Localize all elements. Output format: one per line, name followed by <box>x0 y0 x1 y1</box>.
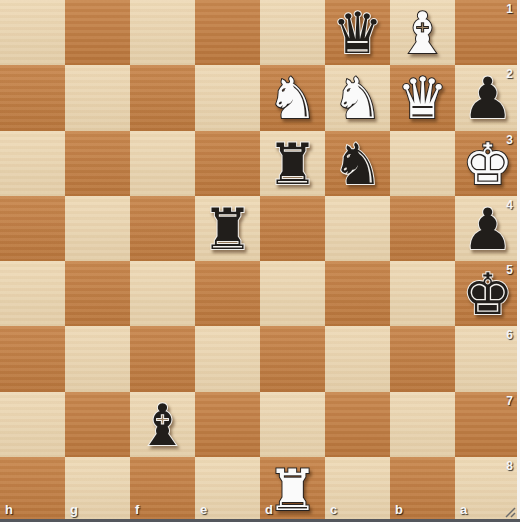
rank-label-6: 6 <box>506 328 513 342</box>
square-d5[interactable] <box>260 261 325 326</box>
square-b4[interactable] <box>390 196 455 261</box>
square-c8[interactable]: c <box>325 457 390 522</box>
square-e2[interactable] <box>195 65 260 130</box>
square-h8[interactable]: h <box>0 457 65 522</box>
file-label-d: d <box>265 502 273 517</box>
square-b6[interactable] <box>390 326 455 391</box>
square-d1[interactable] <box>260 0 325 65</box>
file-label-a: a <box>460 502 467 517</box>
square-e6[interactable] <box>195 326 260 391</box>
rank-label-2: 2 <box>506 67 513 81</box>
square-b8[interactable]: b <box>390 457 455 522</box>
square-g5[interactable] <box>65 261 130 326</box>
square-e1[interactable] <box>195 0 260 65</box>
square-g2[interactable] <box>65 65 130 130</box>
square-a6[interactable]: 6 <box>455 326 520 391</box>
file-label-g: g <box>70 502 78 517</box>
chess-board-widget: ♛♝1♞♞♛♟2♜♞♚3♜♟4♚56♝7hgfe♜dcb8a <box>0 0 520 522</box>
square-b5[interactable] <box>390 261 455 326</box>
square-a1[interactable]: 1 <box>455 0 520 65</box>
piece-white-bishop[interactable]: ♝ <box>397 5 448 62</box>
square-h3[interactable] <box>0 131 65 196</box>
piece-black-knight[interactable]: ♞ <box>332 136 383 193</box>
square-h7[interactable] <box>0 392 65 457</box>
square-h5[interactable] <box>0 261 65 326</box>
rank-label-8: 8 <box>506 459 513 473</box>
chess-board: ♛♝1♞♞♛♟2♜♞♚3♜♟4♚56♝7hgfe♜dcb8a <box>0 0 520 522</box>
square-c1[interactable]: ♛ <box>325 0 390 65</box>
square-f2[interactable] <box>130 65 195 130</box>
square-f5[interactable] <box>130 261 195 326</box>
square-a3[interactable]: ♚3 <box>455 131 520 196</box>
square-f4[interactable] <box>130 196 195 261</box>
file-label-f: f <box>135 502 139 517</box>
square-d7[interactable] <box>260 392 325 457</box>
square-g1[interactable] <box>65 0 130 65</box>
piece-black-queen[interactable]: ♛ <box>332 5 383 62</box>
resize-grip-icon <box>504 506 516 518</box>
file-label-c: c <box>330 502 337 517</box>
square-h1[interactable] <box>0 0 65 65</box>
piece-white-knight[interactable]: ♞ <box>267 70 318 127</box>
piece-black-rook[interactable]: ♜ <box>202 201 253 258</box>
square-d8[interactable]: ♜d <box>260 457 325 522</box>
file-label-b: b <box>395 502 403 517</box>
square-d4[interactable] <box>260 196 325 261</box>
square-a7[interactable]: 7 <box>455 392 520 457</box>
square-h6[interactable] <box>0 326 65 391</box>
square-e5[interactable] <box>195 261 260 326</box>
square-a5[interactable]: ♚5 <box>455 261 520 326</box>
square-d3[interactable]: ♜ <box>260 131 325 196</box>
square-c2[interactable]: ♞ <box>325 65 390 130</box>
square-c5[interactable] <box>325 261 390 326</box>
resize-grip[interactable] <box>504 504 516 516</box>
square-e3[interactable] <box>195 131 260 196</box>
rank-label-1: 1 <box>506 2 513 16</box>
square-c6[interactable] <box>325 326 390 391</box>
rank-label-4: 4 <box>506 198 513 212</box>
piece-black-bishop[interactable]: ♝ <box>137 397 188 454</box>
square-b2[interactable]: ♛ <box>390 65 455 130</box>
rank-label-3: 3 <box>506 133 513 147</box>
square-c7[interactable] <box>325 392 390 457</box>
square-b3[interactable] <box>390 131 455 196</box>
square-g4[interactable] <box>65 196 130 261</box>
square-f6[interactable] <box>130 326 195 391</box>
square-g3[interactable] <box>65 131 130 196</box>
square-b1[interactable]: ♝ <box>390 0 455 65</box>
piece-black-rook[interactable]: ♜ <box>267 136 318 193</box>
file-label-e: e <box>200 502 207 517</box>
square-f8[interactable]: f <box>130 457 195 522</box>
square-a4[interactable]: ♟4 <box>455 196 520 261</box>
square-d6[interactable] <box>260 326 325 391</box>
square-f1[interactable] <box>130 0 195 65</box>
square-e7[interactable] <box>195 392 260 457</box>
piece-white-knight[interactable]: ♞ <box>332 70 383 127</box>
file-label-h: h <box>5 502 13 517</box>
square-c4[interactable] <box>325 196 390 261</box>
square-f7[interactable]: ♝ <box>130 392 195 457</box>
square-g6[interactable] <box>65 326 130 391</box>
square-e4[interactable]: ♜ <box>195 196 260 261</box>
rank-label-7: 7 <box>506 394 513 408</box>
piece-white-rook[interactable]: ♜ <box>267 462 318 519</box>
square-h2[interactable] <box>0 65 65 130</box>
square-c3[interactable]: ♞ <box>325 131 390 196</box>
square-d2[interactable]: ♞ <box>260 65 325 130</box>
rank-label-5: 5 <box>506 263 513 277</box>
square-e8[interactable]: e <box>195 457 260 522</box>
square-g7[interactable] <box>65 392 130 457</box>
square-h4[interactable] <box>0 196 65 261</box>
square-b7[interactable] <box>390 392 455 457</box>
square-g8[interactable]: g <box>65 457 130 522</box>
square-a2[interactable]: ♟2 <box>455 65 520 130</box>
piece-white-queen[interactable]: ♛ <box>397 70 448 127</box>
square-f3[interactable] <box>130 131 195 196</box>
